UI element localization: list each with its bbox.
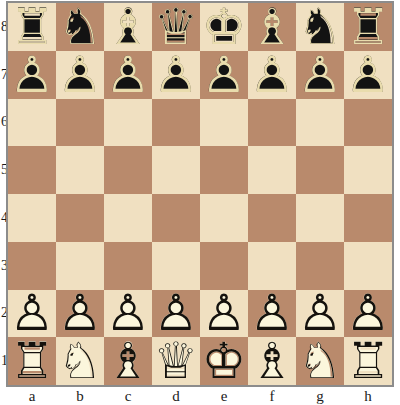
square-g4[interactable] — [296, 194, 344, 242]
piece-black-rook-h8[interactable]: ♜♖ — [344, 3, 392, 51]
piece-black-queen-d8[interactable]: ♛♕ — [152, 3, 200, 51]
square-f3[interactable] — [248, 242, 296, 290]
square-h7[interactable]: ♟♙ — [344, 51, 392, 99]
square-a2[interactable]: ♟♙ — [8, 290, 56, 338]
file-label-f: f — [248, 387, 296, 405]
square-g2[interactable]: ♟♙ — [296, 290, 344, 338]
piece-white-pawn-g2[interactable]: ♟♙ — [296, 290, 344, 338]
square-d4[interactable] — [152, 194, 200, 242]
square-g6[interactable] — [296, 99, 344, 147]
square-b6[interactable] — [56, 99, 104, 147]
piece-black-pawn-e7[interactable]: ♟♙ — [200, 51, 248, 99]
square-b5[interactable] — [56, 146, 104, 194]
square-a6[interactable] — [8, 99, 56, 147]
square-e4[interactable] — [200, 194, 248, 242]
square-c5[interactable] — [104, 146, 152, 194]
square-e7[interactable]: ♟♙ — [200, 51, 248, 99]
square-c8[interactable]: ♝♗ — [104, 3, 152, 51]
square-h4[interactable] — [344, 194, 392, 242]
square-b3[interactable] — [56, 242, 104, 290]
file-labels: abcdefgh — [8, 387, 392, 405]
square-a7[interactable]: ♟♙ — [8, 51, 56, 99]
square-d8[interactable]: ♛♕ — [152, 3, 200, 51]
file-label-e: e — [200, 387, 248, 405]
square-f1[interactable]: ♝♗ — [248, 337, 296, 385]
square-h6[interactable] — [344, 99, 392, 147]
square-g3[interactable] — [296, 242, 344, 290]
piece-white-pawn-c2[interactable]: ♟♙ — [104, 290, 152, 338]
square-e1[interactable]: ♚♔ — [200, 337, 248, 385]
square-b8[interactable]: ♞♘ — [56, 3, 104, 51]
square-h1[interactable]: ♜♖ — [344, 337, 392, 385]
square-c7[interactable]: ♟♙ — [104, 51, 152, 99]
square-h2[interactable]: ♟♙ — [344, 290, 392, 338]
piece-white-pawn-b2[interactable]: ♟♙ — [56, 290, 104, 338]
file-label-d: d — [152, 387, 200, 405]
piece-black-pawn-f7[interactable]: ♟♙ — [248, 51, 296, 99]
file-label-a: a — [8, 387, 56, 405]
square-h8[interactable]: ♜♖ — [344, 3, 392, 51]
piece-white-bishop-c1[interactable]: ♝♗ — [104, 337, 152, 385]
piece-black-pawn-g7[interactable]: ♟♙ — [296, 51, 344, 99]
square-a1[interactable]: ♜♖ — [8, 337, 56, 385]
piece-white-knight-g1[interactable]: ♞♘ — [296, 337, 344, 385]
piece-white-bishop-f1[interactable]: ♝♗ — [248, 337, 296, 385]
square-f2[interactable]: ♟♙ — [248, 290, 296, 338]
square-g8[interactable]: ♞♘ — [296, 3, 344, 51]
square-b7[interactable]: ♟♙ — [56, 51, 104, 99]
piece-white-pawn-e2[interactable]: ♟♙ — [200, 290, 248, 338]
piece-black-bishop-c8[interactable]: ♝♗ — [104, 3, 152, 51]
square-d3[interactable] — [152, 242, 200, 290]
piece-white-pawn-f2[interactable]: ♟♙ — [248, 290, 296, 338]
square-h5[interactable] — [344, 146, 392, 194]
piece-black-king-e8[interactable]: ♚♔ — [200, 3, 248, 51]
piece-black-rook-a8[interactable]: ♜♖ — [8, 3, 56, 51]
square-f6[interactable] — [248, 99, 296, 147]
square-c4[interactable] — [104, 194, 152, 242]
square-c6[interactable] — [104, 99, 152, 147]
piece-white-queen-d1[interactable]: ♛♕ — [152, 337, 200, 385]
square-g7[interactable]: ♟♙ — [296, 51, 344, 99]
file-label-h: h — [344, 387, 392, 405]
piece-white-knight-b1[interactable]: ♞♘ — [56, 337, 104, 385]
square-g5[interactable] — [296, 146, 344, 194]
file-label-c: c — [104, 387, 152, 405]
square-e2[interactable]: ♟♙ — [200, 290, 248, 338]
square-e5[interactable] — [200, 146, 248, 194]
square-a3[interactable] — [8, 242, 56, 290]
piece-black-pawn-h7[interactable]: ♟♙ — [344, 51, 392, 99]
square-d2[interactable]: ♟♙ — [152, 290, 200, 338]
square-a8[interactable]: ♜♖ — [8, 3, 56, 51]
square-f8[interactable]: ♝♗ — [248, 3, 296, 51]
chess-board: ♜♖♞♘♝♗♛♕♚♔♝♗♞♘♜♖♟♙♟♙♟♙♟♙♟♙♟♙♟♙♟♙♟♙♟♙♟♙♟♙… — [8, 3, 392, 385]
square-e6[interactable] — [200, 99, 248, 147]
square-f4[interactable] — [248, 194, 296, 242]
square-a5[interactable] — [8, 146, 56, 194]
square-c3[interactable] — [104, 242, 152, 290]
square-d6[interactable] — [152, 99, 200, 147]
piece-black-knight-b8[interactable]: ♞♘ — [56, 3, 104, 51]
file-label-b: b — [56, 387, 104, 405]
piece-white-king-e1[interactable]: ♚♔ — [200, 337, 248, 385]
square-d5[interactable] — [152, 146, 200, 194]
piece-white-rook-h1[interactable]: ♜♖ — [344, 337, 392, 385]
piece-white-pawn-d2[interactable]: ♟♙ — [152, 290, 200, 338]
square-d7[interactable]: ♟♙ — [152, 51, 200, 99]
board-frame: ♜♖♞♘♝♗♛♕♚♔♝♗♞♘♜♖♟♙♟♙♟♙♟♙♟♙♟♙♟♙♟♙♟♙♟♙♟♙♟♙… — [6, 1, 394, 387]
piece-white-rook-a1[interactable]: ♜♖ — [8, 337, 56, 385]
piece-white-pawn-h2[interactable]: ♟♙ — [344, 290, 392, 338]
piece-black-pawn-c7[interactable]: ♟♙ — [104, 51, 152, 99]
square-b1[interactable]: ♞♘ — [56, 337, 104, 385]
square-d1[interactable]: ♛♕ — [152, 337, 200, 385]
piece-black-knight-g8[interactable]: ♞♘ — [296, 3, 344, 51]
file-label-g: g — [296, 387, 344, 405]
square-g1[interactable]: ♞♘ — [296, 337, 344, 385]
piece-black-pawn-a7[interactable]: ♟♙ — [8, 51, 56, 99]
piece-black-bishop-f8[interactable]: ♝♗ — [248, 3, 296, 51]
square-e8[interactable]: ♚♔ — [200, 3, 248, 51]
piece-black-pawn-d7[interactable]: ♟♙ — [152, 51, 200, 99]
square-b4[interactable] — [56, 194, 104, 242]
square-b2[interactable]: ♟♙ — [56, 290, 104, 338]
chess-app: 87654321 ♜♖♞♘♝♗♛♕♚♔♝♗♞♘♜♖♟♙♟♙♟♙♟♙♟♙♟♙♟♙♟… — [0, 0, 400, 405]
piece-black-pawn-b7[interactable]: ♟♙ — [56, 51, 104, 99]
square-h3[interactable] — [344, 242, 392, 290]
square-a4[interactable] — [8, 194, 56, 242]
piece-white-pawn-a2[interactable]: ♟♙ — [8, 290, 56, 338]
square-c2[interactable]: ♟♙ — [104, 290, 152, 338]
square-f5[interactable] — [248, 146, 296, 194]
square-f7[interactable]: ♟♙ — [248, 51, 296, 99]
square-e3[interactable] — [200, 242, 248, 290]
square-c1[interactable]: ♝♗ — [104, 337, 152, 385]
